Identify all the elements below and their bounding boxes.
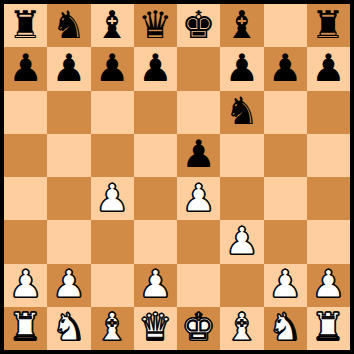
black-pawn[interactable]: ♟ — [52, 49, 86, 87]
square-g1[interactable]: ♞ — [264, 307, 307, 350]
black-pawn[interactable]: ♟ — [268, 49, 302, 87]
square-c7[interactable]: ♟ — [91, 47, 134, 90]
square-d3[interactable] — [134, 220, 177, 263]
square-h1[interactable]: ♜ — [307, 307, 350, 350]
square-e5[interactable]: ♟ — [177, 134, 220, 177]
square-b1[interactable]: ♞ — [47, 307, 90, 350]
chess-board: ♜♞♝♛♚♝♜♟♟♟♟♟♟♟♞♟♟♟♟♟♟♟♟♟♜♞♝♛♚♝♞♜ — [4, 4, 350, 350]
square-e6[interactable] — [177, 91, 220, 134]
square-d2[interactable]: ♟ — [134, 264, 177, 307]
square-d1[interactable]: ♛ — [134, 307, 177, 350]
square-h3[interactable] — [307, 220, 350, 263]
square-d4[interactable] — [134, 177, 177, 220]
square-d7[interactable]: ♟ — [134, 47, 177, 90]
square-d6[interactable] — [134, 91, 177, 134]
square-a2[interactable]: ♟ — [4, 264, 47, 307]
square-e1[interactable]: ♚ — [177, 307, 220, 350]
board-frame: ♜♞♝♛♚♝♜♟♟♟♟♟♟♟♞♟♟♟♟♟♟♟♟♟♜♞♝♛♚♝♞♜ — [0, 0, 354, 354]
black-pawn[interactable]: ♟ — [95, 49, 129, 87]
square-h6[interactable] — [307, 91, 350, 134]
black-knight[interactable]: ♞ — [52, 6, 86, 44]
square-b4[interactable] — [47, 177, 90, 220]
white-rook[interactable]: ♜ — [311, 308, 345, 346]
square-a6[interactable] — [4, 91, 47, 134]
square-b2[interactable]: ♟ — [47, 264, 90, 307]
square-c8[interactable]: ♝ — [91, 4, 134, 47]
square-c6[interactable] — [91, 91, 134, 134]
white-queen[interactable]: ♛ — [138, 308, 172, 346]
square-b3[interactable] — [47, 220, 90, 263]
white-king[interactable]: ♚ — [182, 308, 216, 346]
black-bishop[interactable]: ♝ — [225, 6, 259, 44]
square-h4[interactable] — [307, 177, 350, 220]
white-pawn[interactable]: ♟ — [52, 265, 86, 303]
square-f6[interactable]: ♞ — [220, 91, 263, 134]
square-g7[interactable]: ♟ — [264, 47, 307, 90]
square-a1[interactable]: ♜ — [4, 307, 47, 350]
square-c3[interactable] — [91, 220, 134, 263]
black-knight[interactable]: ♞ — [225, 92, 259, 130]
square-f1[interactable]: ♝ — [220, 307, 263, 350]
white-pawn[interactable]: ♟ — [95, 179, 129, 217]
square-b5[interactable] — [47, 134, 90, 177]
black-bishop[interactable]: ♝ — [95, 6, 129, 44]
square-f2[interactable] — [220, 264, 263, 307]
square-f5[interactable] — [220, 134, 263, 177]
square-b6[interactable] — [47, 91, 90, 134]
square-f4[interactable] — [220, 177, 263, 220]
square-a8[interactable]: ♜ — [4, 4, 47, 47]
square-g6[interactable] — [264, 91, 307, 134]
square-g5[interactable] — [264, 134, 307, 177]
square-f8[interactable]: ♝ — [220, 4, 263, 47]
square-d5[interactable] — [134, 134, 177, 177]
square-h5[interactable] — [307, 134, 350, 177]
white-knight[interactable]: ♞ — [52, 308, 86, 346]
black-queen[interactable]: ♛ — [138, 6, 172, 44]
square-a7[interactable]: ♟ — [4, 47, 47, 90]
square-h7[interactable]: ♟ — [307, 47, 350, 90]
white-pawn[interactable]: ♟ — [182, 179, 216, 217]
square-a3[interactable] — [4, 220, 47, 263]
square-a4[interactable] — [4, 177, 47, 220]
black-pawn[interactable]: ♟ — [225, 49, 259, 87]
square-e2[interactable] — [177, 264, 220, 307]
white-bishop[interactable]: ♝ — [95, 308, 129, 346]
black-pawn[interactable]: ♟ — [311, 49, 345, 87]
square-g2[interactable]: ♟ — [264, 264, 307, 307]
square-g3[interactable] — [264, 220, 307, 263]
square-c2[interactable] — [91, 264, 134, 307]
square-e8[interactable]: ♚ — [177, 4, 220, 47]
square-f7[interactable]: ♟ — [220, 47, 263, 90]
square-b7[interactable]: ♟ — [47, 47, 90, 90]
black-king[interactable]: ♚ — [182, 6, 216, 44]
square-a5[interactable] — [4, 134, 47, 177]
square-f3[interactable]: ♟ — [220, 220, 263, 263]
square-h8[interactable]: ♜ — [307, 4, 350, 47]
black-pawn[interactable]: ♟ — [138, 49, 172, 87]
black-pawn[interactable]: ♟ — [182, 135, 216, 173]
square-c4[interactable]: ♟ — [91, 177, 134, 220]
square-h2[interactable]: ♟ — [307, 264, 350, 307]
square-g4[interactable] — [264, 177, 307, 220]
white-bishop[interactable]: ♝ — [225, 308, 259, 346]
square-g8[interactable] — [264, 4, 307, 47]
square-b8[interactable]: ♞ — [47, 4, 90, 47]
white-pawn[interactable]: ♟ — [9, 265, 43, 303]
square-c5[interactable] — [91, 134, 134, 177]
black-rook[interactable]: ♜ — [311, 6, 345, 44]
square-d8[interactable]: ♛ — [134, 4, 177, 47]
black-rook[interactable]: ♜ — [9, 6, 43, 44]
square-e7[interactable] — [177, 47, 220, 90]
white-pawn[interactable]: ♟ — [311, 265, 345, 303]
white-pawn[interactable]: ♟ — [138, 265, 172, 303]
white-pawn[interactable]: ♟ — [268, 265, 302, 303]
black-pawn[interactable]: ♟ — [9, 49, 43, 87]
square-e4[interactable]: ♟ — [177, 177, 220, 220]
white-pawn[interactable]: ♟ — [225, 222, 259, 260]
white-knight[interactable]: ♞ — [268, 308, 302, 346]
square-c1[interactable]: ♝ — [91, 307, 134, 350]
white-rook[interactable]: ♜ — [9, 308, 43, 346]
square-e3[interactable] — [177, 220, 220, 263]
